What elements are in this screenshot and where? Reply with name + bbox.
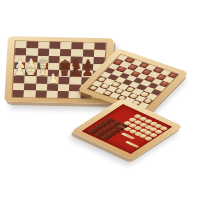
product-photo-scene: ♟♟♛♚♞♟♟♚♝♛♟♟♟: [0, 0, 200, 200]
chess-square: [13, 90, 25, 97]
light-chess-piece-p: ♟: [47, 71, 58, 84]
storage-box-felt: [82, 104, 172, 154]
light-chess-piece-k: ♚: [25, 64, 36, 77]
chess-square: [69, 91, 81, 98]
light-chess-piece-p: ♟: [14, 64, 25, 77]
storage-box-frame: [71, 98, 184, 160]
storage-box: [71, 98, 184, 160]
lying-light-piece: [124, 141, 139, 148]
chess-square: [58, 91, 70, 98]
chess-square: [46, 91, 58, 98]
dark-chess-piece-q: ♛: [59, 65, 70, 78]
stacked-light-checker: [143, 136, 153, 141]
dark-chess-piece-p: ♟: [70, 65, 81, 78]
chess-square: [35, 90, 47, 97]
light-chess-piece-b: ♝: [36, 64, 47, 77]
chess-square: [24, 90, 36, 97]
